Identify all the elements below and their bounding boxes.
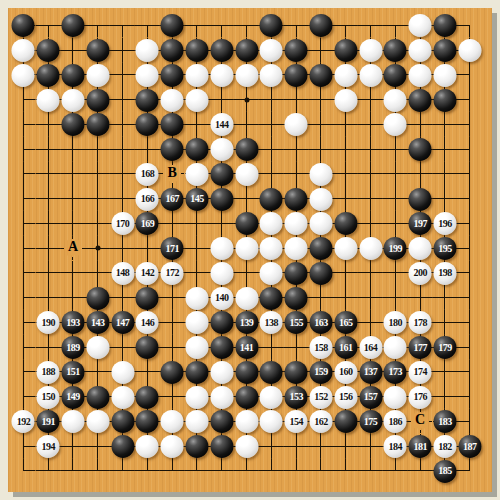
intersection-14-18[interactable] [333,434,358,459]
intersection-1-14[interactable] [11,335,36,360]
intersection-10-15[interactable] [234,360,259,385]
intersection-11-3[interactable] [259,63,284,88]
intersection-19-9[interactable] [457,211,482,236]
intersection-14-17[interactable] [333,409,358,434]
intersection-18-8[interactable] [433,186,458,211]
intersection-6-15[interactable] [135,360,160,385]
intersection-10-5[interactable] [234,112,259,137]
intersection-5-13[interactable]: 147 [110,310,135,335]
intersection-11-6[interactable] [259,137,284,162]
intersection-15-9[interactable] [358,211,383,236]
intersection-8-19[interactable] [185,459,210,484]
intersection-3-4[interactable] [61,87,86,112]
intersection-8-16[interactable] [185,384,210,409]
intersection-5-12[interactable] [110,285,135,310]
intersection-11-5[interactable] [259,112,284,137]
intersection-15-16[interactable]: 157 [358,384,383,409]
intersection-16-14[interactable] [383,335,408,360]
intersection-5-18[interactable] [110,434,135,459]
intersection-16-17[interactable]: 186 [383,409,408,434]
intersection-11-12[interactable] [259,285,284,310]
intersection-2-17[interactable]: 191 [36,409,61,434]
intersection-4-6[interactable] [85,137,110,162]
intersection-9-8[interactable] [209,186,234,211]
intersection-16-3[interactable] [383,63,408,88]
intersection-13-11[interactable] [309,261,334,286]
intersection-14-8[interactable] [333,186,358,211]
intersection-16-11[interactable] [383,261,408,286]
intersection-9-19[interactable] [209,459,234,484]
intersection-13-3[interactable] [309,63,334,88]
intersection-10-9[interactable] [234,211,259,236]
intersection-11-9[interactable] [259,211,284,236]
intersection-5-1[interactable] [110,13,135,38]
intersection-7-14[interactable] [160,335,185,360]
intersection-3-18[interactable] [61,434,86,459]
intersection-10-17[interactable] [234,409,259,434]
intersection-6-7[interactable]: 168 [135,162,160,187]
intersection-9-10[interactable] [209,236,234,261]
intersection-19-8[interactable] [457,186,482,211]
intersection-13-6[interactable] [309,137,334,162]
intersection-6-16[interactable] [135,384,160,409]
intersection-16-13[interactable]: 180 [383,310,408,335]
intersection-15-7[interactable] [358,162,383,187]
intersection-17-1[interactable] [408,13,433,38]
intersection-11-16[interactable] [259,384,284,409]
intersection-12-19[interactable] [284,459,309,484]
intersection-2-14[interactable] [36,335,61,360]
intersection-10-8[interactable] [234,186,259,211]
intersection-14-12[interactable] [333,285,358,310]
intersection-1-5[interactable] [11,112,36,137]
intersection-3-17[interactable] [61,409,86,434]
intersection-12-8[interactable] [284,186,309,211]
intersection-16-8[interactable] [383,186,408,211]
intersection-16-12[interactable] [383,285,408,310]
intersection-1-9[interactable] [11,211,36,236]
intersection-10-13[interactable]: 139 [234,310,259,335]
intersection-5-8[interactable] [110,186,135,211]
intersection-11-4[interactable] [259,87,284,112]
intersection-7-5[interactable] [160,112,185,137]
intersection-9-17[interactable] [209,409,234,434]
intersection-8-7[interactable] [185,162,210,187]
intersection-9-7[interactable] [209,162,234,187]
intersection-7-3[interactable] [160,63,185,88]
intersection-3-9[interactable] [61,211,86,236]
intersection-5-15[interactable] [110,360,135,385]
intersection-17-16[interactable]: 176 [408,384,433,409]
intersection-9-11[interactable] [209,261,234,286]
intersection-10-3[interactable] [234,63,259,88]
intersection-10-12[interactable] [234,285,259,310]
intersection-11-13[interactable]: 138 [259,310,284,335]
intersection-3-15[interactable]: 151 [61,360,86,385]
intersection-19-7[interactable] [457,162,482,187]
intersection-19-16[interactable] [457,384,482,409]
intersection-19-3[interactable] [457,63,482,88]
intersection-5-14[interactable] [110,335,135,360]
intersection-7-15[interactable] [160,360,185,385]
intersection-15-3[interactable] [358,63,383,88]
intersection-5-16[interactable] [110,384,135,409]
intersection-13-10[interactable] [309,236,334,261]
intersection-15-4[interactable] [358,87,383,112]
intersection-4-16[interactable] [85,384,110,409]
intersection-5-10[interactable] [110,236,135,261]
intersection-2-2[interactable] [36,38,61,63]
intersection-5-19[interactable] [110,459,135,484]
intersection-2-11[interactable] [36,261,61,286]
intersection-19-5[interactable] [457,112,482,137]
intersection-1-18[interactable] [11,434,36,459]
intersection-9-13[interactable] [209,310,234,335]
intersection-14-11[interactable] [333,261,358,286]
intersection-4-14[interactable] [85,335,110,360]
intersection-12-4[interactable] [284,87,309,112]
intersection-14-5[interactable] [333,112,358,137]
intersection-18-5[interactable] [433,112,458,137]
intersection-5-5[interactable] [110,112,135,137]
intersection-14-13[interactable]: 165 [333,310,358,335]
intersection-14-1[interactable] [333,13,358,38]
intersection-10-4[interactable] [234,87,259,112]
intersection-4-12[interactable] [85,285,110,310]
intersection-10-19[interactable] [234,459,259,484]
intersection-18-1[interactable] [433,13,458,38]
intersection-13-15[interactable]: 159 [309,360,334,385]
intersection-18-16[interactable] [433,384,458,409]
intersection-4-2[interactable] [85,38,110,63]
intersection-19-15[interactable] [457,360,482,385]
intersection-16-16[interactable] [383,384,408,409]
intersection-17-18[interactable]: 181 [408,434,433,459]
intersection-18-10[interactable]: 195 [433,236,458,261]
intersection-14-14[interactable]: 161 [333,335,358,360]
intersection-11-2[interactable] [259,38,284,63]
intersection-8-9[interactable] [185,211,210,236]
intersection-2-10[interactable] [36,236,61,261]
intersection-12-17[interactable]: 154 [284,409,309,434]
intersection-7-18[interactable] [160,434,185,459]
intersection-14-4[interactable] [333,87,358,112]
intersection-17-6[interactable] [408,137,433,162]
intersection-2-19[interactable] [36,459,61,484]
intersection-13-8[interactable] [309,186,334,211]
intersection-18-2[interactable] [433,38,458,63]
intersection-3-10[interactable]: A [61,236,86,261]
intersection-6-17[interactable] [135,409,160,434]
intersection-16-15[interactable]: 173 [383,360,408,385]
intersection-11-19[interactable] [259,459,284,484]
intersection-3-14[interactable]: 189 [61,335,86,360]
intersection-13-14[interactable]: 158 [309,335,334,360]
intersection-17-9[interactable]: 197 [408,211,433,236]
intersection-17-15[interactable]: 174 [408,360,433,385]
intersection-13-2[interactable] [309,38,334,63]
intersection-18-3[interactable] [433,63,458,88]
intersection-4-17[interactable] [85,409,110,434]
intersection-2-18[interactable]: 194 [36,434,61,459]
intersection-12-9[interactable] [284,211,309,236]
intersection-17-13[interactable]: 178 [408,310,433,335]
intersection-3-12[interactable] [61,285,86,310]
intersection-19-17[interactable] [457,409,482,434]
intersection-13-18[interactable] [309,434,334,459]
intersection-2-8[interactable] [36,186,61,211]
intersection-5-9[interactable]: 170 [110,211,135,236]
intersection-15-12[interactable] [358,285,383,310]
intersection-5-7[interactable] [110,162,135,187]
intersection-5-4[interactable] [110,87,135,112]
intersection-9-2[interactable] [209,38,234,63]
intersection-4-7[interactable] [85,162,110,187]
intersection-12-2[interactable] [284,38,309,63]
intersection-17-4[interactable] [408,87,433,112]
intersection-12-6[interactable] [284,137,309,162]
intersection-7-6[interactable] [160,137,185,162]
intersection-8-8[interactable]: 145 [185,186,210,211]
intersection-11-18[interactable] [259,434,284,459]
intersection-13-16[interactable]: 152 [309,384,334,409]
intersection-2-12[interactable] [36,285,61,310]
intersection-7-13[interactable] [160,310,185,335]
intersection-10-10[interactable] [234,236,259,261]
intersection-5-2[interactable] [110,38,135,63]
intersection-14-10[interactable] [333,236,358,261]
intersection-2-13[interactable]: 190 [36,310,61,335]
intersection-1-19[interactable] [11,459,36,484]
intersection-3-6[interactable] [61,137,86,162]
intersection-12-5[interactable] [284,112,309,137]
intersection-6-14[interactable] [135,335,160,360]
intersection-19-4[interactable] [457,87,482,112]
intersection-1-3[interactable] [11,63,36,88]
intersection-19-6[interactable] [457,137,482,162]
intersection-9-12[interactable]: 140 [209,285,234,310]
intersection-8-13[interactable] [185,310,210,335]
intersection-6-3[interactable] [135,63,160,88]
intersection-2-15[interactable]: 188 [36,360,61,385]
intersection-2-5[interactable] [36,112,61,137]
intersection-11-10[interactable] [259,236,284,261]
intersection-16-9[interactable] [383,211,408,236]
intersection-15-2[interactable] [358,38,383,63]
intersection-2-6[interactable] [36,137,61,162]
intersection-18-7[interactable] [433,162,458,187]
intersection-2-1[interactable] [36,13,61,38]
intersection-4-18[interactable] [85,434,110,459]
intersection-1-13[interactable] [11,310,36,335]
intersection-7-19[interactable] [160,459,185,484]
intersection-9-15[interactable] [209,360,234,385]
intersection-18-11[interactable]: 198 [433,261,458,286]
intersection-6-11[interactable]: 142 [135,261,160,286]
intersection-8-14[interactable] [185,335,210,360]
intersection-6-8[interactable]: 166 [135,186,160,211]
intersection-16-2[interactable] [383,38,408,63]
intersection-10-2[interactable] [234,38,259,63]
intersection-5-3[interactable] [110,63,135,88]
intersection-15-15[interactable]: 137 [358,360,383,385]
intersection-13-1[interactable] [309,13,334,38]
intersection-11-17[interactable] [259,409,284,434]
intersection-1-4[interactable] [11,87,36,112]
intersection-5-6[interactable] [110,137,135,162]
intersection-6-18[interactable] [135,434,160,459]
intersection-7-4[interactable] [160,87,185,112]
intersection-11-15[interactable] [259,360,284,385]
intersection-11-14[interactable] [259,335,284,360]
intersection-8-6[interactable] [185,137,210,162]
intersection-14-7[interactable] [333,162,358,187]
intersection-1-1[interactable] [11,13,36,38]
intersection-6-10[interactable] [135,236,160,261]
intersection-13-17[interactable]: 162 [309,409,334,434]
intersection-15-14[interactable]: 164 [358,335,383,360]
intersection-1-7[interactable] [11,162,36,187]
intersection-12-14[interactable] [284,335,309,360]
intersection-15-1[interactable] [358,13,383,38]
intersection-17-10[interactable] [408,236,433,261]
intersection-14-19[interactable] [333,459,358,484]
intersection-9-3[interactable] [209,63,234,88]
intersection-10-16[interactable] [234,384,259,409]
intersection-4-3[interactable] [85,63,110,88]
intersection-7-1[interactable] [160,13,185,38]
intersection-2-4[interactable] [36,87,61,112]
intersection-16-6[interactable] [383,137,408,162]
intersection-12-13[interactable]: 155 [284,310,309,335]
intersection-13-7[interactable] [309,162,334,187]
intersection-18-14[interactable]: 179 [433,335,458,360]
intersection-12-12[interactable] [284,285,309,310]
intersection-10-6[interactable] [234,137,259,162]
intersection-1-11[interactable] [11,261,36,286]
intersection-15-19[interactable] [358,459,383,484]
intersection-12-11[interactable] [284,261,309,286]
intersection-5-17[interactable] [110,409,135,434]
intersection-15-8[interactable] [358,186,383,211]
intersection-13-9[interactable] [309,211,334,236]
intersection-14-16[interactable]: 156 [333,384,358,409]
intersection-1-17[interactable]: 192 [11,409,36,434]
intersection-4-19[interactable] [85,459,110,484]
intersection-17-14[interactable]: 177 [408,335,433,360]
intersection-1-15[interactable] [11,360,36,385]
intersection-6-9[interactable]: 169 [135,211,160,236]
intersection-7-16[interactable] [160,384,185,409]
intersection-9-16[interactable] [209,384,234,409]
intersection-3-1[interactable] [61,13,86,38]
intersection-4-9[interactable] [85,211,110,236]
intersection-9-1[interactable] [209,13,234,38]
intersection-13-5[interactable] [309,112,334,137]
intersection-8-12[interactable] [185,285,210,310]
intersection-7-2[interactable] [160,38,185,63]
intersection-16-4[interactable] [383,87,408,112]
intersection-13-19[interactable] [309,459,334,484]
intersection-5-11[interactable]: 148 [110,261,135,286]
intersection-2-9[interactable] [36,211,61,236]
intersection-6-1[interactable] [135,13,160,38]
intersection-9-5[interactable]: 144 [209,112,234,137]
intersection-2-7[interactable] [36,162,61,187]
intersection-6-2[interactable] [135,38,160,63]
intersection-1-10[interactable] [11,236,36,261]
intersection-11-7[interactable] [259,162,284,187]
intersection-18-9[interactable]: 196 [433,211,458,236]
intersection-14-2[interactable] [333,38,358,63]
intersection-10-11[interactable] [234,261,259,286]
intersection-17-5[interactable] [408,112,433,137]
intersection-8-2[interactable] [185,38,210,63]
intersection-4-4[interactable] [85,87,110,112]
intersection-4-11[interactable] [85,261,110,286]
intersection-3-16[interactable]: 149 [61,384,86,409]
intersection-9-6[interactable] [209,137,234,162]
intersection-17-3[interactable] [408,63,433,88]
intersection-4-10[interactable] [85,236,110,261]
intersection-4-1[interactable] [85,13,110,38]
intersection-12-16[interactable]: 153 [284,384,309,409]
intersection-3-7[interactable] [61,162,86,187]
intersection-15-17[interactable]: 175 [358,409,383,434]
intersection-16-19[interactable] [383,459,408,484]
intersection-19-2[interactable] [457,38,482,63]
intersection-1-8[interactable] [11,186,36,211]
intersection-15-10[interactable] [358,236,383,261]
intersection-11-11[interactable] [259,261,284,286]
intersection-3-3[interactable] [61,63,86,88]
intersection-18-17[interactable]: 183 [433,409,458,434]
intersection-19-19[interactable] [457,459,482,484]
intersection-2-3[interactable] [36,63,61,88]
intersection-6-5[interactable] [135,112,160,137]
intersection-17-17[interactable]: C [408,409,433,434]
intersection-18-18[interactable]: 182 [433,434,458,459]
intersection-19-11[interactable] [457,261,482,286]
intersection-9-4[interactable] [209,87,234,112]
intersection-15-5[interactable] [358,112,383,137]
intersection-9-14[interactable] [209,335,234,360]
intersection-1-12[interactable] [11,285,36,310]
intersection-17-2[interactable] [408,38,433,63]
intersection-9-9[interactable] [209,211,234,236]
intersection-12-1[interactable] [284,13,309,38]
intersection-8-18[interactable] [185,434,210,459]
intersection-18-13[interactable] [433,310,458,335]
intersection-7-10[interactable]: 171 [160,236,185,261]
intersection-12-3[interactable] [284,63,309,88]
intersection-3-19[interactable] [61,459,86,484]
intersection-8-10[interactable] [185,236,210,261]
intersection-15-11[interactable] [358,261,383,286]
intersection-6-12[interactable] [135,285,160,310]
intersection-6-6[interactable] [135,137,160,162]
intersection-16-7[interactable] [383,162,408,187]
intersection-7-11[interactable]: 172 [160,261,185,286]
intersection-19-14[interactable] [457,335,482,360]
intersection-16-5[interactable] [383,112,408,137]
intersection-3-2[interactable] [61,38,86,63]
intersection-15-6[interactable] [358,137,383,162]
intersection-8-1[interactable] [185,13,210,38]
intersection-11-1[interactable] [259,13,284,38]
intersection-7-17[interactable] [160,409,185,434]
intersection-10-7[interactable] [234,162,259,187]
